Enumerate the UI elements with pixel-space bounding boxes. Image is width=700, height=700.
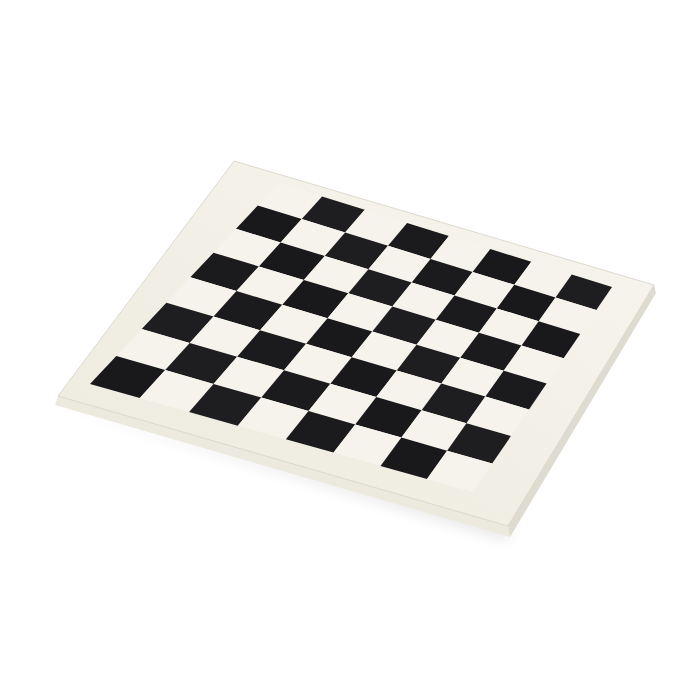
checkers-board-scene [0,0,700,700]
checkers-product-photo [0,0,700,700]
